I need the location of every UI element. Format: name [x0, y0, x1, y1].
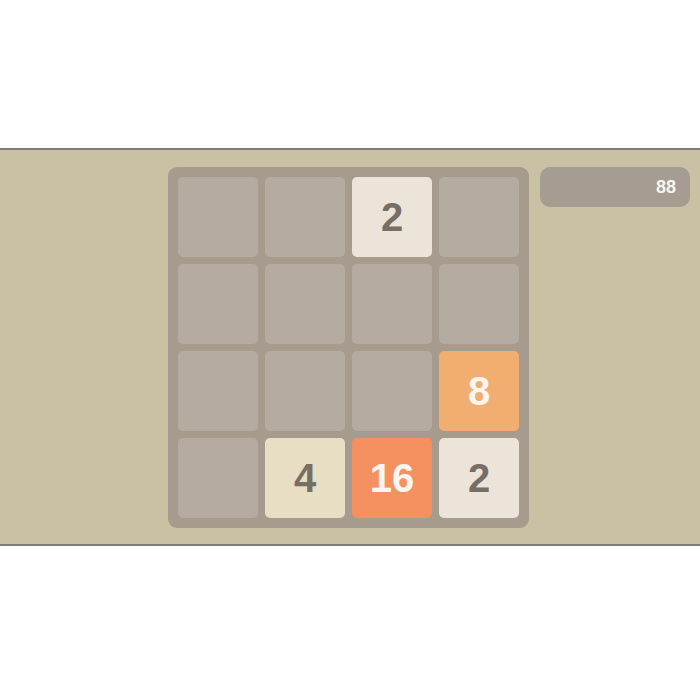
- empty-cell: [352, 351, 432, 431]
- empty-cell: [265, 177, 345, 257]
- score-badge: 88: [540, 167, 690, 207]
- empty-cell: [178, 177, 258, 257]
- tile-2: 2: [439, 438, 519, 518]
- tile-2: 2: [352, 177, 432, 257]
- empty-cell: [265, 264, 345, 344]
- tile-4: 4: [265, 438, 345, 518]
- tile-8: 8: [439, 351, 519, 431]
- empty-cell: [178, 351, 258, 431]
- screenshot-canvas: 284162 88: [0, 0, 700, 700]
- board-2048[interactable]: 284162: [168, 167, 529, 528]
- score-value: 88: [656, 177, 676, 198]
- empty-cell: [352, 264, 432, 344]
- empty-cell: [265, 351, 345, 431]
- game-viewport: 284162 88: [0, 148, 700, 546]
- empty-cell: [439, 264, 519, 344]
- empty-cell: [178, 438, 258, 518]
- empty-cell: [178, 264, 258, 344]
- tile-16: 16: [352, 438, 432, 518]
- empty-cell: [439, 177, 519, 257]
